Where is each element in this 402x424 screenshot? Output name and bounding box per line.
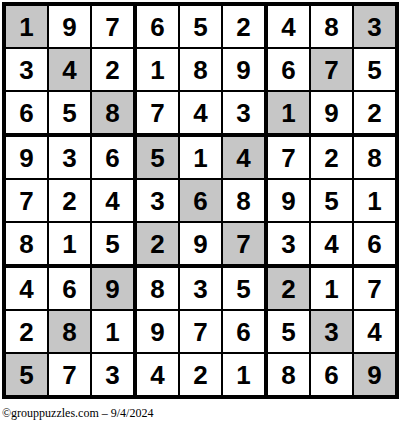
cell-r1c3[interactable]: 7 — [92, 6, 133, 47]
cell-r3c8[interactable]: 9 — [311, 92, 352, 133]
cell-r2c1[interactable]: 3 — [6, 49, 47, 90]
cell-r4c1[interactable]: 9 — [6, 137, 47, 178]
cell-r5c5[interactable]: 6 — [180, 180, 221, 221]
cell-r4c9[interactable]: 8 — [354, 137, 395, 178]
cell-r9c8[interactable]: 6 — [311, 354, 352, 395]
cell-r3c4[interactable]: 7 — [137, 92, 178, 133]
cell-r5c2[interactable]: 2 — [49, 180, 90, 221]
cell-r7c7[interactable]: 2 — [268, 268, 309, 309]
cell-r8c5[interactable]: 7 — [180, 311, 221, 352]
cell-r2c4[interactable]: 1 — [137, 49, 178, 90]
cell-r1c4[interactable]: 6 — [137, 6, 178, 47]
cell-r9c4[interactable]: 4 — [137, 354, 178, 395]
cell-r4c6[interactable]: 4 — [223, 137, 264, 178]
cell-r2c3[interactable]: 2 — [92, 49, 133, 90]
cell-r7c3[interactable]: 9 — [92, 268, 133, 309]
cell-r1c5[interactable]: 5 — [180, 6, 221, 47]
cell-r3c6[interactable]: 3 — [223, 92, 264, 133]
cell-r4c7[interactable]: 7 — [268, 137, 309, 178]
cell-r2c8[interactable]: 7 — [311, 49, 352, 90]
cell-r5c4[interactable]: 3 — [137, 180, 178, 221]
cell-r3c9[interactable]: 2 — [354, 92, 395, 133]
cell-r3c5[interactable]: 4 — [180, 92, 221, 133]
cell-r2c7[interactable]: 6 — [268, 49, 309, 90]
cell-r6c3[interactable]: 5 — [92, 223, 133, 264]
copyright-credit: ©grouppuzzles.com – 9/4/2024 — [2, 406, 153, 421]
cell-r6c1[interactable]: 8 — [6, 223, 47, 264]
cell-r4c8[interactable]: 2 — [311, 137, 352, 178]
cell-r9c2[interactable]: 7 — [49, 354, 90, 395]
cell-r5c9[interactable]: 1 — [354, 180, 395, 221]
cell-r6c8[interactable]: 4 — [311, 223, 352, 264]
sudoku-page: 1976524833421896756587431929365147287243… — [0, 0, 402, 424]
cell-r8c7[interactable]: 5 — [268, 311, 309, 352]
cell-r7c1[interactable]: 4 — [6, 268, 47, 309]
cell-r8c8[interactable]: 3 — [311, 311, 352, 352]
sudoku-board: 1976524833421896756587431929365147287243… — [2, 2, 399, 399]
cell-r1c9[interactable]: 3 — [354, 6, 395, 47]
cell-r1c1[interactable]: 1 — [6, 6, 47, 47]
cell-r8c4[interactable]: 9 — [137, 311, 178, 352]
cell-r8c9[interactable]: 4 — [354, 311, 395, 352]
cell-r5c3[interactable]: 4 — [92, 180, 133, 221]
cell-r1c8[interactable]: 8 — [311, 6, 352, 47]
cell-r5c1[interactable]: 7 — [6, 180, 47, 221]
cell-r7c4[interactable]: 8 — [137, 268, 178, 309]
cell-r7c8[interactable]: 1 — [311, 268, 352, 309]
cell-r8c1[interactable]: 2 — [6, 311, 47, 352]
cell-r7c5[interactable]: 3 — [180, 268, 221, 309]
cell-r2c9[interactable]: 5 — [354, 49, 395, 90]
cell-r7c2[interactable]: 6 — [49, 268, 90, 309]
cell-r9c5[interactable]: 2 — [180, 354, 221, 395]
cell-r5c6[interactable]: 8 — [223, 180, 264, 221]
cell-r3c3[interactable]: 8 — [92, 92, 133, 133]
cell-r9c3[interactable]: 3 — [92, 354, 133, 395]
cell-r8c2[interactable]: 8 — [49, 311, 90, 352]
cell-r6c2[interactable]: 1 — [49, 223, 90, 264]
cell-r8c3[interactable]: 1 — [92, 311, 133, 352]
cell-r2c5[interactable]: 8 — [180, 49, 221, 90]
cell-r6c4[interactable]: 2 — [137, 223, 178, 264]
cell-r9c7[interactable]: 8 — [268, 354, 309, 395]
cell-r2c6[interactable]: 9 — [223, 49, 264, 90]
cell-r7c6[interactable]: 5 — [223, 268, 264, 309]
cell-r5c8[interactable]: 5 — [311, 180, 352, 221]
cell-r8c6[interactable]: 6 — [223, 311, 264, 352]
cell-r1c6[interactable]: 2 — [223, 6, 264, 47]
cell-r3c7[interactable]: 1 — [268, 92, 309, 133]
cell-r7c9[interactable]: 7 — [354, 268, 395, 309]
cell-r9c6[interactable]: 1 — [223, 354, 264, 395]
cell-r9c9[interactable]: 9 — [354, 354, 395, 395]
cell-r4c3[interactable]: 6 — [92, 137, 133, 178]
cell-r5c7[interactable]: 9 — [268, 180, 309, 221]
cell-r1c7[interactable]: 4 — [268, 6, 309, 47]
cell-r6c5[interactable]: 9 — [180, 223, 221, 264]
cell-r9c1[interactable]: 5 — [6, 354, 47, 395]
cell-r1c2[interactable]: 9 — [49, 6, 90, 47]
cell-r3c2[interactable]: 5 — [49, 92, 90, 133]
cell-r2c2[interactable]: 4 — [49, 49, 90, 90]
cell-r6c7[interactable]: 3 — [268, 223, 309, 264]
cell-r6c6[interactable]: 7 — [223, 223, 264, 264]
cell-r6c9[interactable]: 6 — [354, 223, 395, 264]
cell-r4c2[interactable]: 3 — [49, 137, 90, 178]
cell-r3c1[interactable]: 6 — [6, 92, 47, 133]
cell-r4c5[interactable]: 1 — [180, 137, 221, 178]
cell-r4c4[interactable]: 5 — [137, 137, 178, 178]
